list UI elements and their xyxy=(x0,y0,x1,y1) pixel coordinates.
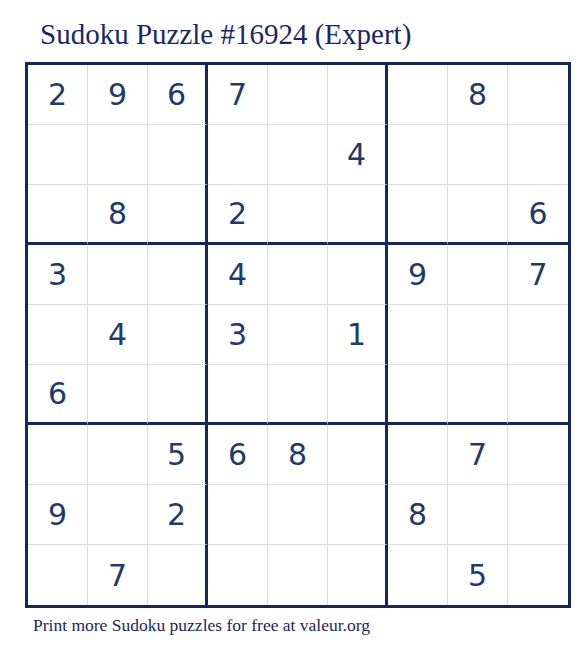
cell-r4c8[interactable] xyxy=(448,245,508,305)
cell-r1c6[interactable] xyxy=(328,65,388,125)
cell-r3c8[interactable] xyxy=(448,185,508,245)
cell-r4c5[interactable] xyxy=(268,245,328,305)
cell-r6c6[interactable] xyxy=(328,365,388,425)
cell-r6c5[interactable] xyxy=(268,365,328,425)
cell-r3c2[interactable]: 8 xyxy=(88,185,148,245)
cell-r9c8[interactable]: 5 xyxy=(448,545,508,605)
cell-r8c6[interactable] xyxy=(328,485,388,545)
cell-r1c1[interactable]: 2 xyxy=(28,65,88,125)
cell-r1c7[interactable] xyxy=(388,65,448,125)
cell-r8c7[interactable]: 8 xyxy=(388,485,448,545)
cell-r1c2[interactable]: 9 xyxy=(88,65,148,125)
cell-r3c5[interactable] xyxy=(268,185,328,245)
cell-r6c9[interactable] xyxy=(508,365,568,425)
cell-r4c6[interactable] xyxy=(328,245,388,305)
cell-r9c6[interactable] xyxy=(328,545,388,605)
cell-r9c3[interactable] xyxy=(148,545,208,605)
cell-r7c3[interactable]: 5 xyxy=(148,425,208,485)
cell-r2c3[interactable] xyxy=(148,125,208,185)
footer-text: Print more Sudoku puzzles for free at va… xyxy=(33,615,370,636)
cell-r5c5[interactable] xyxy=(268,305,328,365)
cell-r9c1[interactable] xyxy=(28,545,88,605)
cell-r6c7[interactable] xyxy=(388,365,448,425)
cell-r5c1[interactable] xyxy=(28,305,88,365)
cell-r4c9[interactable]: 7 xyxy=(508,245,568,305)
cell-r2c6[interactable]: 4 xyxy=(328,125,388,185)
cell-r1c8[interactable]: 8 xyxy=(448,65,508,125)
cell-r7c6[interactable] xyxy=(328,425,388,485)
cell-r7c4[interactable]: 6 xyxy=(208,425,268,485)
cell-r9c7[interactable] xyxy=(388,545,448,605)
cell-r7c9[interactable] xyxy=(508,425,568,485)
cell-r4c7[interactable]: 9 xyxy=(388,245,448,305)
cell-r7c5[interactable]: 8 xyxy=(268,425,328,485)
cell-r3c1[interactable] xyxy=(28,185,88,245)
cell-r8c5[interactable] xyxy=(268,485,328,545)
cell-r3c3[interactable] xyxy=(148,185,208,245)
cell-r7c1[interactable] xyxy=(28,425,88,485)
cell-r5c7[interactable] xyxy=(388,305,448,365)
cell-r9c2[interactable]: 7 xyxy=(88,545,148,605)
cell-r5c4[interactable]: 3 xyxy=(208,305,268,365)
cell-r7c8[interactable]: 7 xyxy=(448,425,508,485)
cell-r1c9[interactable] xyxy=(508,65,568,125)
cell-r7c7[interactable] xyxy=(388,425,448,485)
cell-r8c3[interactable]: 2 xyxy=(148,485,208,545)
cell-r6c1[interactable]: 6 xyxy=(28,365,88,425)
cell-r3c4[interactable]: 2 xyxy=(208,185,268,245)
cell-r2c5[interactable] xyxy=(268,125,328,185)
cell-r8c8[interactable] xyxy=(448,485,508,545)
page-title: Sudoku Puzzle #16924 (Expert) xyxy=(40,18,411,51)
cell-r2c7[interactable] xyxy=(388,125,448,185)
cell-r5c2[interactable]: 4 xyxy=(88,305,148,365)
cell-r4c1[interactable]: 3 xyxy=(28,245,88,305)
cell-r5c3[interactable] xyxy=(148,305,208,365)
cell-r9c9[interactable] xyxy=(508,545,568,605)
cell-r4c4[interactable]: 4 xyxy=(208,245,268,305)
cell-r6c3[interactable] xyxy=(148,365,208,425)
cell-r9c4[interactable] xyxy=(208,545,268,605)
cell-r8c4[interactable] xyxy=(208,485,268,545)
cell-r2c4[interactable] xyxy=(208,125,268,185)
cell-r4c3[interactable] xyxy=(148,245,208,305)
cell-r3c7[interactable] xyxy=(388,185,448,245)
cell-r2c8[interactable] xyxy=(448,125,508,185)
cell-r6c8[interactable] xyxy=(448,365,508,425)
cell-r3c6[interactable] xyxy=(328,185,388,245)
cell-r5c6[interactable]: 1 xyxy=(328,305,388,365)
cell-r1c3[interactable]: 6 xyxy=(148,65,208,125)
cell-r7c2[interactable] xyxy=(88,425,148,485)
cell-r2c9[interactable] xyxy=(508,125,568,185)
cell-r6c4[interactable] xyxy=(208,365,268,425)
cell-r6c2[interactable] xyxy=(88,365,148,425)
cell-r1c5[interactable] xyxy=(268,65,328,125)
cell-r8c9[interactable] xyxy=(508,485,568,545)
sudoku-board: 29678482634974316568792875 xyxy=(25,62,571,608)
cell-r2c2[interactable] xyxy=(88,125,148,185)
cell-r2c1[interactable] xyxy=(28,125,88,185)
cell-r8c2[interactable] xyxy=(88,485,148,545)
cell-r5c8[interactable] xyxy=(448,305,508,365)
cell-r4c2[interactable] xyxy=(88,245,148,305)
cell-r3c9[interactable]: 6 xyxy=(508,185,568,245)
cell-r8c1[interactable]: 9 xyxy=(28,485,88,545)
cell-r1c4[interactable]: 7 xyxy=(208,65,268,125)
cell-r5c9[interactable] xyxy=(508,305,568,365)
cell-r9c5[interactable] xyxy=(268,545,328,605)
